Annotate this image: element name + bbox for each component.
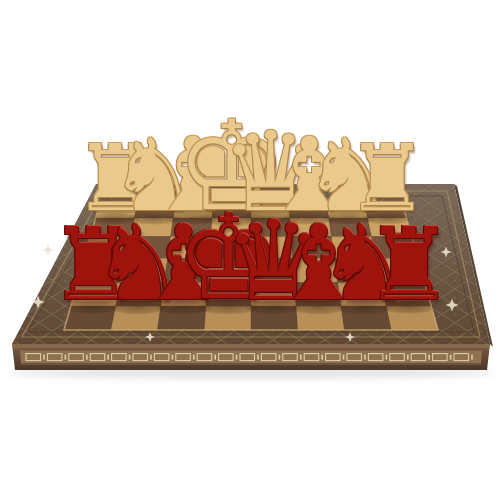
product-photo: ♜♞♝♚♛♝♞♜♜♞♝♚♛♝♞♜ [0, 0, 500, 500]
red-rook[interactable]: ♜ [364, 215, 454, 315]
board-front-face [12, 344, 490, 370]
